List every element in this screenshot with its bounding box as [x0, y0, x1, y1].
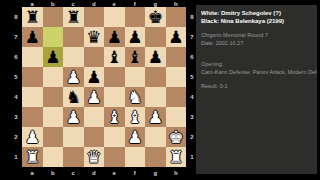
file-label-b: b: [43, 168, 64, 178]
file-label-a: a: [22, 0, 43, 7]
square-c4[interactable]: ♞: [63, 87, 84, 107]
square-f5[interactable]: [125, 67, 146, 87]
square-h5[interactable]: [166, 67, 187, 87]
file-label-f: f: [125, 168, 146, 178]
white-queen: ♛: [86, 147, 101, 167]
event-name: Chigorin Memorial Round 7: [201, 32, 317, 40]
black-rook: ♜: [25, 7, 40, 27]
square-b6[interactable]: ♟: [43, 47, 64, 67]
square-b5[interactable]: [43, 67, 64, 87]
black-pawn: ♟: [86, 67, 101, 87]
file-labels-bottom: abcdefgh: [22, 168, 186, 178]
square-c8[interactable]: ♜: [63, 7, 84, 27]
square-e4[interactable]: [104, 87, 125, 107]
square-d1[interactable]: ♛: [84, 147, 105, 167]
square-h8[interactable]: [166, 7, 187, 27]
rank-label-8: 8: [10, 7, 22, 27]
file-label-a: a: [22, 168, 43, 178]
square-c1[interactable]: [63, 147, 84, 167]
file-label-e: e: [104, 168, 125, 178]
white-knight: ♞: [127, 87, 142, 107]
file-label-d: d: [84, 168, 105, 178]
square-e7[interactable]: ♟: [104, 27, 125, 47]
square-h3[interactable]: [166, 107, 187, 127]
file-label-c: c: [63, 0, 84, 7]
black-pawn: ♟: [127, 27, 142, 47]
square-f7[interactable]: ♟: [125, 27, 146, 47]
square-d2[interactable]: [84, 127, 105, 147]
square-c2[interactable]: [63, 127, 84, 147]
file-label-h: h: [166, 168, 187, 178]
square-a7[interactable]: ♟: [22, 27, 43, 47]
black-pawn: ♟: [148, 47, 163, 67]
square-g4[interactable]: [145, 87, 166, 107]
square-g7[interactable]: [145, 27, 166, 47]
file-label-e: e: [104, 0, 125, 7]
square-e8[interactable]: [104, 7, 125, 27]
rank-labels-left: 87654321: [10, 7, 22, 167]
black-pawn: ♟: [168, 27, 183, 47]
square-f6[interactable]: ♝: [125, 47, 146, 67]
file-label-h: h: [166, 0, 187, 7]
white-pawn: ♟: [66, 67, 81, 87]
square-b4[interactable]: [43, 87, 64, 107]
white-pawn: ♟: [25, 127, 40, 147]
rank-label-7: 7: [10, 27, 22, 47]
black-bishop: ♝: [127, 47, 142, 67]
square-d7[interactable]: ♛: [84, 27, 105, 47]
square-g1[interactable]: [145, 147, 166, 167]
file-label-g: g: [145, 0, 166, 7]
black-pawn: ♟: [25, 27, 40, 47]
square-b2[interactable]: [43, 127, 64, 147]
black-player-line: Black: Nina Belenkaya (2199): [201, 17, 317, 25]
white-pawn: ♟: [86, 87, 101, 107]
square-f3[interactable]: ♝: [125, 107, 146, 127]
game-result: Result: 0-1: [201, 83, 317, 91]
info-panel: White: Dmitry Schegolev (?) Black: Nina …: [196, 5, 317, 174]
file-label-d: d: [84, 0, 105, 7]
square-d4[interactable]: ♟: [84, 87, 105, 107]
square-f2[interactable]: ♟: [125, 127, 146, 147]
black-rook: ♜: [66, 7, 81, 27]
white-player-line: White: Dmitry Schegolev (?): [201, 9, 317, 17]
file-labels-top: abcdefgh: [22, 0, 186, 7]
square-d6[interactable]: [84, 47, 105, 67]
black-king: ♚: [148, 7, 163, 27]
square-c7[interactable]: [63, 27, 84, 47]
square-a4[interactable]: [22, 87, 43, 107]
square-g3[interactable]: ♟: [145, 107, 166, 127]
square-a6[interactable]: [22, 47, 43, 67]
black-pawn: ♟: [107, 27, 122, 47]
square-e6[interactable]: ♝: [104, 47, 125, 67]
file-label-g: g: [145, 168, 166, 178]
game-date: Date: 2002.10.27: [201, 40, 317, 48]
black-queen: ♛: [86, 27, 101, 47]
square-b7[interactable]: [43, 27, 64, 47]
white-bishop: ♝: [107, 107, 122, 127]
square-g6[interactable]: ♟: [145, 47, 166, 67]
square-d8[interactable]: [84, 7, 105, 27]
square-f1[interactable]: [125, 147, 146, 167]
file-label-f: f: [125, 0, 146, 7]
square-b8[interactable]: [43, 7, 64, 27]
black-knight: ♞: [66, 87, 81, 107]
square-c6[interactable]: [63, 47, 84, 67]
rank-label-5: 5: [10, 67, 22, 87]
file-label-c: c: [63, 168, 84, 178]
square-e5[interactable]: [104, 67, 125, 87]
white-pawn: ♟: [127, 127, 142, 147]
white-bishop: ♝: [127, 107, 142, 127]
square-h6[interactable]: [166, 47, 187, 67]
white-pawn: ♟: [148, 107, 163, 127]
white-king: ♚: [168, 127, 183, 147]
square-h2[interactable]: ♚: [166, 127, 187, 147]
square-d5[interactable]: ♟: [84, 67, 105, 87]
file-label-b: b: [43, 0, 64, 7]
white-pawn: ♟: [66, 107, 81, 127]
square-a5[interactable]: [22, 67, 43, 87]
square-f4[interactable]: ♞: [125, 87, 146, 107]
rank-label-3: 3: [10, 107, 22, 127]
square-a2[interactable]: ♟: [22, 127, 43, 147]
black-bishop: ♝: [107, 47, 122, 67]
white-rook: ♜: [168, 147, 183, 167]
square-b3[interactable]: [43, 107, 64, 127]
opening-name: Caro-Kann Defense: Panov Attack, Modern …: [201, 69, 317, 77]
square-b1[interactable]: [43, 147, 64, 167]
rank-label-6: 6: [10, 47, 22, 67]
square-a1[interactable]: ♜: [22, 147, 43, 167]
square-e1[interactable]: [104, 147, 125, 167]
square-f8[interactable]: [125, 7, 146, 27]
black-pawn: ♟: [45, 47, 60, 67]
square-c3[interactable]: ♟: [63, 107, 84, 127]
square-a3[interactable]: [22, 107, 43, 127]
opening-label: Opening:: [201, 61, 317, 69]
square-a8[interactable]: ♜: [22, 7, 43, 27]
square-h7[interactable]: ♟: [166, 27, 187, 47]
square-c5[interactable]: ♟: [63, 67, 84, 87]
rank-label-1: 1: [10, 147, 22, 167]
square-e2[interactable]: [104, 127, 125, 147]
square-e3[interactable]: ♝: [104, 107, 125, 127]
square-g2[interactable]: [145, 127, 166, 147]
square-g5[interactable]: [145, 67, 166, 87]
white-rook: ♜: [25, 147, 40, 167]
rank-label-2: 2: [10, 127, 22, 147]
chess-board: ♜♜♚♟♛♟♟♟♟♝♝♟♟♟♞♟♞♟♝♝♟♟♟♚♜♛♜: [22, 7, 186, 167]
square-d3[interactable]: [84, 107, 105, 127]
rank-label-4: 4: [10, 87, 22, 107]
square-h4[interactable]: [166, 87, 187, 107]
square-g8[interactable]: ♚: [145, 7, 166, 27]
square-h1[interactable]: ♜: [166, 147, 187, 167]
